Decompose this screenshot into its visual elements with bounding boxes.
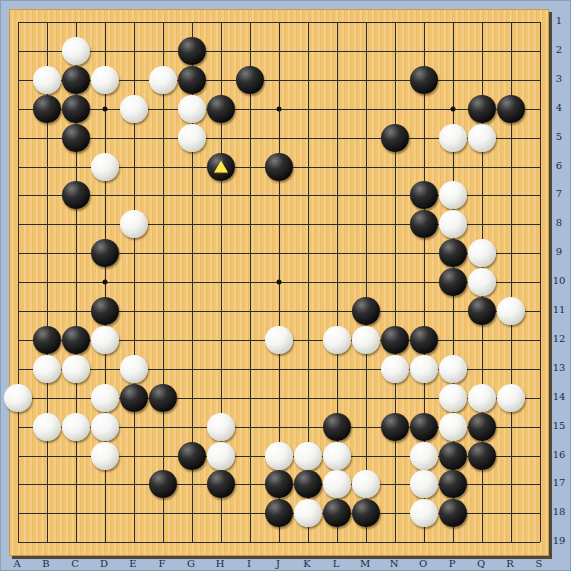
white-stone-D16 [91, 442, 119, 470]
white-stone-M17 [352, 470, 380, 498]
black-stone-J6 [265, 153, 293, 181]
white-stone-D6 [91, 153, 119, 181]
black-stone-I3 [236, 66, 264, 94]
row-label-13: 13 [549, 361, 569, 375]
black-stone-C3 [62, 66, 90, 94]
row-label-2: 2 [549, 43, 569, 57]
white-stone-N13 [381, 355, 409, 383]
white-stone-M12 [352, 326, 380, 354]
column-label-M: M [357, 557, 373, 571]
white-stone-J16 [265, 442, 293, 470]
column-label-Q: Q [473, 557, 489, 571]
black-stone-Q11 [468, 297, 496, 325]
white-stone-L12 [323, 326, 351, 354]
black-stone-C4 [62, 95, 90, 123]
white-stone-D3 [91, 66, 119, 94]
black-stone-C12 [62, 326, 90, 354]
column-label-F: F [154, 557, 170, 571]
black-stone-B12 [33, 326, 61, 354]
black-stone-O3 [410, 66, 438, 94]
black-stone-J17 [265, 470, 293, 498]
white-stone-B3 [33, 66, 61, 94]
white-stone-E4 [120, 95, 148, 123]
star-point [451, 106, 456, 111]
white-stone-L17 [323, 470, 351, 498]
black-stone-G3 [178, 66, 206, 94]
white-stone-Q9 [468, 239, 496, 267]
black-stone-K17 [294, 470, 322, 498]
black-stone-P18 [439, 499, 467, 527]
column-label-L: L [328, 557, 344, 571]
go-app-window: ABCDEFGHIJKLMNOPQRS123456789101112131415… [0, 0, 571, 571]
white-stone-C2 [62, 37, 90, 65]
grid-line-vertical [540, 22, 541, 542]
white-stone-L16 [323, 442, 351, 470]
white-stone-Q14 [468, 384, 496, 412]
column-label-H: H [212, 557, 228, 571]
row-label-11: 11 [549, 303, 569, 317]
black-stone-L15 [323, 413, 351, 441]
black-stone-F17 [149, 470, 177, 498]
star-point [103, 280, 108, 285]
black-stone-O15 [410, 413, 438, 441]
grid-line-vertical [366, 22, 367, 542]
white-stone-B15 [33, 413, 61, 441]
white-stone-Q10 [468, 268, 496, 296]
white-stone-C15 [62, 413, 90, 441]
row-label-14: 14 [549, 390, 569, 404]
black-stone-P16 [439, 442, 467, 470]
black-stone-H4 [207, 95, 235, 123]
black-stone-R4 [497, 95, 525, 123]
row-label-7: 7 [549, 187, 569, 201]
row-label-12: 12 [549, 332, 569, 346]
black-stone-G16 [178, 442, 206, 470]
column-label-I: I [241, 557, 257, 571]
column-label-E: E [125, 557, 141, 571]
black-stone-P17 [439, 470, 467, 498]
star-point [277, 280, 282, 285]
white-stone-D15 [91, 413, 119, 441]
black-stone-G2 [178, 37, 206, 65]
column-label-J: J [270, 557, 286, 571]
row-label-4: 4 [549, 101, 569, 115]
white-stone-P15 [439, 413, 467, 441]
white-stone-O13 [410, 355, 438, 383]
column-label-O: O [415, 557, 431, 571]
black-stone-B4 [33, 95, 61, 123]
black-stone-Q4 [468, 95, 496, 123]
white-stone-A14 [4, 384, 32, 412]
row-label-10: 10 [549, 274, 569, 288]
row-label-16: 16 [549, 448, 569, 462]
column-label-A: A [9, 557, 25, 571]
black-stone-D11 [91, 297, 119, 325]
row-label-19: 19 [549, 534, 569, 548]
white-stone-P7 [439, 181, 467, 209]
black-stone-N5 [381, 124, 409, 152]
black-stone-N15 [381, 413, 409, 441]
white-stone-E13 [120, 355, 148, 383]
black-stone-N12 [381, 326, 409, 354]
column-label-G: G [183, 557, 199, 571]
black-stone-P9 [439, 239, 467, 267]
row-label-17: 17 [549, 476, 569, 490]
last-move-triangle-marker [214, 160, 228, 172]
white-stone-O18 [410, 499, 438, 527]
black-stone-P10 [439, 268, 467, 296]
row-label-8: 8 [549, 216, 569, 230]
column-label-S: S [531, 557, 547, 571]
star-point [103, 106, 108, 111]
row-label-9: 9 [549, 245, 569, 259]
black-stone-C5 [62, 124, 90, 152]
row-label-1: 1 [549, 14, 569, 28]
row-label-18: 18 [549, 505, 569, 519]
black-stone-H17 [207, 470, 235, 498]
black-stone-H6 [207, 153, 235, 181]
white-stone-P5 [439, 124, 467, 152]
white-stone-P8 [439, 210, 467, 238]
black-stone-O8 [410, 210, 438, 238]
white-stone-C13 [62, 355, 90, 383]
black-stone-Q16 [468, 442, 496, 470]
black-stone-M11 [352, 297, 380, 325]
white-stone-G5 [178, 124, 206, 152]
black-stone-D9 [91, 239, 119, 267]
black-stone-J18 [265, 499, 293, 527]
column-label-D: D [96, 557, 112, 571]
row-label-5: 5 [549, 130, 569, 144]
row-label-3: 3 [549, 72, 569, 86]
row-label-15: 15 [549, 419, 569, 433]
column-label-R: R [502, 557, 518, 571]
black-stone-O12 [410, 326, 438, 354]
white-stone-P14 [439, 384, 467, 412]
white-stone-E8 [120, 210, 148, 238]
white-stone-J12 [265, 326, 293, 354]
column-label-B: B [38, 557, 54, 571]
black-stone-M18 [352, 499, 380, 527]
white-stone-G4 [178, 95, 206, 123]
white-stone-O17 [410, 470, 438, 498]
white-stone-H15 [207, 413, 235, 441]
black-stone-L18 [323, 499, 351, 527]
white-stone-B13 [33, 355, 61, 383]
black-stone-O7 [410, 181, 438, 209]
white-stone-K16 [294, 442, 322, 470]
white-stone-R11 [497, 297, 525, 325]
white-stone-D12 [91, 326, 119, 354]
column-label-K: K [299, 557, 315, 571]
white-stone-K18 [294, 499, 322, 527]
star-point [277, 106, 282, 111]
black-stone-C7 [62, 181, 90, 209]
white-stone-O16 [410, 442, 438, 470]
black-stone-F14 [149, 384, 177, 412]
grid-line-horizontal [18, 542, 540, 543]
white-stone-D14 [91, 384, 119, 412]
black-stone-Q15 [468, 413, 496, 441]
white-stone-Q5 [468, 124, 496, 152]
row-label-6: 6 [549, 159, 569, 173]
column-label-P: P [444, 557, 460, 571]
white-stone-H16 [207, 442, 235, 470]
black-stone-E14 [120, 384, 148, 412]
grid-line-vertical [395, 22, 396, 542]
white-stone-F3 [149, 66, 177, 94]
white-stone-P13 [439, 355, 467, 383]
column-label-N: N [386, 557, 402, 571]
column-label-C: C [67, 557, 83, 571]
go-board[interactable] [9, 9, 549, 556]
white-stone-R14 [497, 384, 525, 412]
